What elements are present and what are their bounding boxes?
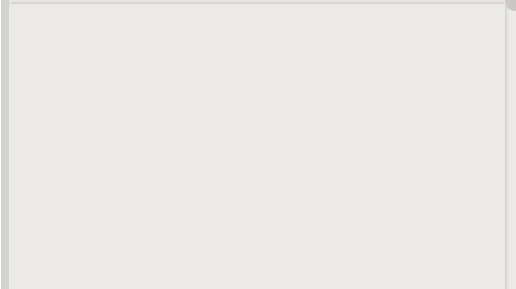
corner-widget[interactable]: [505, 0, 516, 11]
screenshot-stage: [0, 0, 516, 289]
chess-board[interactable]: [9, 4, 505, 289]
left-gutter: [0, 0, 9, 289]
